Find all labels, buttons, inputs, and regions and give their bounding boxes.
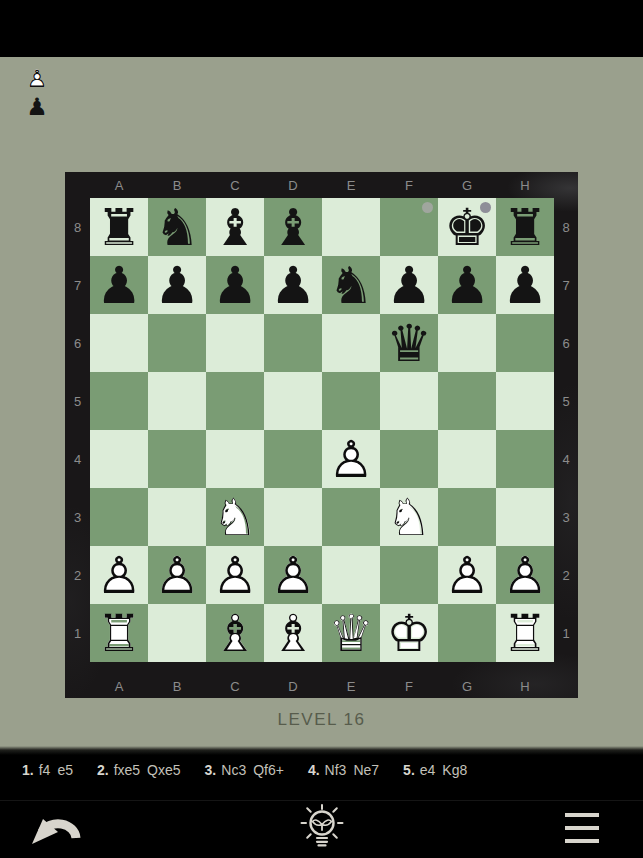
square-c4[interactable] xyxy=(206,430,264,488)
file-label: G xyxy=(462,178,472,193)
square-g1[interactable] xyxy=(438,604,496,662)
white-pawn-outline-icon: ♙ xyxy=(25,66,49,92)
white-move: f4 xyxy=(39,762,51,778)
rank-labels-left: 87654321 xyxy=(65,198,90,662)
square-e8[interactable] xyxy=(322,198,380,256)
file-label: B xyxy=(173,679,182,694)
square-f7[interactable]: ♟ xyxy=(380,256,438,314)
black-move: Qxe5 xyxy=(147,762,180,778)
rank-label: 6 xyxy=(562,336,569,351)
square-b6[interactable] xyxy=(148,314,206,372)
rank-label: 7 xyxy=(562,278,569,293)
square-h1[interactable]: ♜♖ xyxy=(496,604,554,662)
black-move: Ne7 xyxy=(353,762,379,778)
piece-black-pawn[interactable]: ♟ xyxy=(90,256,148,314)
piece-white-bishop[interactable]: ♝♗ xyxy=(264,604,322,662)
rank-label: 5 xyxy=(562,394,569,409)
piece-black-bishop[interactable]: ♝ xyxy=(206,198,264,256)
black-move: e5 xyxy=(57,762,73,778)
rank-label: 1 xyxy=(562,626,569,641)
piece-black-pawn[interactable]: ♟ xyxy=(380,256,438,314)
square-h3[interactable] xyxy=(496,488,554,546)
white-move: fxe5 xyxy=(114,762,140,778)
move-number: 2. xyxy=(97,762,109,778)
rank-label: 8 xyxy=(562,220,569,235)
move-entry: 4.Nf3Ne7 xyxy=(308,762,379,778)
square-d4[interactable] xyxy=(264,430,322,488)
move-entry: 2.fxe5Qxe5 xyxy=(97,762,181,778)
piece-white-knight[interactable]: ♞♘ xyxy=(380,488,438,546)
square-g5[interactable] xyxy=(438,372,496,430)
square-c2[interactable]: ♟♙ xyxy=(206,546,264,604)
square-h4[interactable] xyxy=(496,430,554,488)
rank-labels-right: 87654321 xyxy=(554,198,578,662)
piece-white-queen[interactable]: ♛♕ xyxy=(322,604,380,662)
rank-label: 3 xyxy=(74,510,81,525)
captured-white-pawn: ♟ ♙ xyxy=(25,66,49,92)
square-e4[interactable]: ♟♙ xyxy=(322,430,380,488)
square-c7[interactable]: ♟ xyxy=(206,256,264,314)
square-b8[interactable]: ♞ xyxy=(148,198,206,256)
level-label: LEVEL 16 xyxy=(0,710,643,730)
square-b7[interactable]: ♟ xyxy=(148,256,206,314)
square-f2[interactable] xyxy=(380,546,438,604)
file-label: E xyxy=(347,178,356,193)
square-f5[interactable] xyxy=(380,372,438,430)
file-label: E xyxy=(347,679,356,694)
square-a3[interactable] xyxy=(90,488,148,546)
square-d3[interactable] xyxy=(264,488,322,546)
square-h2[interactable]: ♟♙ xyxy=(496,546,554,604)
piece-white-rook[interactable]: ♜♖ xyxy=(90,604,148,662)
square-d7[interactable]: ♟ xyxy=(264,256,322,314)
square-a6[interactable] xyxy=(90,314,148,372)
square-b4[interactable] xyxy=(148,430,206,488)
bottom-panel: 1.f4e5 2.fxe5Qxe5 3.Nc3Qf6+ 4.Nf3Ne7 5.e… xyxy=(0,746,643,858)
square-g7[interactable]: ♟ xyxy=(438,256,496,314)
square-h7[interactable]: ♟ xyxy=(496,256,554,314)
piece-black-knight[interactable]: ♞ xyxy=(148,198,206,256)
square-b3[interactable] xyxy=(148,488,206,546)
square-e3[interactable] xyxy=(322,488,380,546)
piece-white-pawn[interactable]: ♟♙ xyxy=(264,546,322,604)
move-entry: 3.Nc3Qf6+ xyxy=(205,762,284,778)
move-entry: 1.f4e5 xyxy=(22,762,73,778)
piece-white-pawn[interactable]: ♟♙ xyxy=(90,546,148,604)
file-label: F xyxy=(405,178,413,193)
square-f1[interactable]: ♚♔ xyxy=(380,604,438,662)
square-c6[interactable] xyxy=(206,314,264,372)
file-label: H xyxy=(520,679,529,694)
square-a2[interactable]: ♟♙ xyxy=(90,546,148,604)
move-entry: 5.e4Kg8 xyxy=(403,762,467,778)
last-move-dot xyxy=(480,202,491,213)
square-b2[interactable]: ♟♙ xyxy=(148,546,206,604)
undo-arrow-icon xyxy=(30,837,86,852)
rank-label: 8 xyxy=(74,220,81,235)
square-d8[interactable]: ♝ xyxy=(264,198,322,256)
square-a4[interactable] xyxy=(90,430,148,488)
square-f4[interactable] xyxy=(380,430,438,488)
file-label: D xyxy=(288,178,297,193)
status-bar xyxy=(0,0,643,57)
square-e1[interactable]: ♛♕ xyxy=(322,604,380,662)
square-g3[interactable] xyxy=(438,488,496,546)
white-move: Nf3 xyxy=(325,762,347,778)
white-move: Nc3 xyxy=(221,762,246,778)
file-label: C xyxy=(230,679,239,694)
rank-label: 6 xyxy=(74,336,81,351)
rank-label: 1 xyxy=(74,626,81,641)
piece-black-rook[interactable]: ♜ xyxy=(496,198,554,256)
piece-white-pawn[interactable]: ♟♙ xyxy=(438,546,496,604)
undo-button[interactable] xyxy=(30,811,86,849)
file-label: G xyxy=(462,679,472,694)
rank-label: 4 xyxy=(74,452,81,467)
hint-button[interactable] xyxy=(299,803,345,857)
piece-black-pawn[interactable]: ♟ xyxy=(148,256,206,314)
square-d1[interactable]: ♝♗ xyxy=(264,604,322,662)
piece-black-pawn[interactable]: ♟ xyxy=(496,256,554,314)
captured-pieces-tray: ♟ ♙ ♟ xyxy=(25,66,49,120)
move-number: 5. xyxy=(403,762,415,778)
square-c3[interactable]: ♞♘ xyxy=(206,488,264,546)
piece-white-pawn[interactable]: ♟♙ xyxy=(206,546,264,604)
move-number: 4. xyxy=(308,762,320,778)
square-a5[interactable] xyxy=(90,372,148,430)
piece-black-pawn[interactable]: ♟ xyxy=(264,256,322,314)
toolbar xyxy=(0,800,643,858)
square-e6[interactable] xyxy=(322,314,380,372)
last-move-dot xyxy=(422,202,433,213)
lightbulb-icon xyxy=(299,845,345,858)
square-g4[interactable] xyxy=(438,430,496,488)
file-label: D xyxy=(288,679,297,694)
square-f3[interactable]: ♞♘ xyxy=(380,488,438,546)
square-d5[interactable] xyxy=(264,372,322,430)
captured-black-pawn: ♟ xyxy=(25,94,49,120)
move-number: 3. xyxy=(205,762,217,778)
rank-label: 7 xyxy=(74,278,81,293)
black-move: Kg8 xyxy=(442,762,467,778)
square-g6[interactable] xyxy=(438,314,496,372)
piece-white-knight[interactable]: ♞♘ xyxy=(206,488,264,546)
square-e2[interactable] xyxy=(322,546,380,604)
square-d2[interactable]: ♟♙ xyxy=(264,546,322,604)
white-move: e4 xyxy=(420,762,436,778)
file-label: H xyxy=(520,178,529,193)
piece-black-pawn[interactable]: ♟ xyxy=(438,256,496,314)
piece-white-rook[interactable]: ♜♖ xyxy=(496,604,554,662)
square-g8[interactable]: ♚ xyxy=(438,198,496,256)
square-c5[interactable] xyxy=(206,372,264,430)
square-b1[interactable] xyxy=(148,604,206,662)
square-d6[interactable] xyxy=(264,314,322,372)
piece-black-knight[interactable]: ♞ xyxy=(322,256,380,314)
piece-white-bishop[interactable]: ♝♗ xyxy=(206,604,264,662)
square-c1[interactable]: ♝♗ xyxy=(206,604,264,662)
square-h8[interactable]: ♜ xyxy=(496,198,554,256)
file-label: F xyxy=(405,679,413,694)
move-list: 1.f4e5 2.fxe5Qxe5 3.Nc3Qf6+ 4.Nf3Ne7 5.e… xyxy=(22,762,467,778)
square-a8[interactable]: ♜ xyxy=(90,198,148,256)
rank-label: 2 xyxy=(562,568,569,583)
black-pawn-icon: ♟ xyxy=(25,94,49,120)
black-move: Qf6+ xyxy=(253,762,284,778)
rank-label: 4 xyxy=(562,452,569,467)
file-label: A xyxy=(115,178,124,193)
file-labels-bottom: ABCDEFGH xyxy=(90,662,554,698)
piece-white-king[interactable]: ♚♔ xyxy=(380,604,438,662)
menu-button[interactable] xyxy=(565,813,599,843)
move-number: 1. xyxy=(22,762,34,778)
board-squares: ♜♞♝♝♚♜♟♟♟♟♞♟♟♟♛♟♙♞♘♞♘♟♙♟♙♟♙♟♙♟♙♟♙♜♖♝♗♝♗♛… xyxy=(90,198,554,662)
square-e7[interactable]: ♞ xyxy=(322,256,380,314)
file-label: C xyxy=(230,178,239,193)
piece-white-pawn[interactable]: ♟♙ xyxy=(496,546,554,604)
square-b5[interactable] xyxy=(148,372,206,430)
square-g2[interactable]: ♟♙ xyxy=(438,546,496,604)
hamburger-menu-icon xyxy=(565,813,599,817)
file-label: B xyxy=(173,178,182,193)
piece-black-pawn[interactable]: ♟ xyxy=(206,256,264,314)
piece-black-bishop[interactable]: ♝ xyxy=(264,198,322,256)
square-e5[interactable] xyxy=(322,372,380,430)
rank-label: 5 xyxy=(74,394,81,409)
piece-white-pawn[interactable]: ♟♙ xyxy=(148,546,206,604)
piece-black-queen[interactable]: ♛ xyxy=(380,314,438,372)
piece-black-rook[interactable]: ♜ xyxy=(90,198,148,256)
square-f8[interactable] xyxy=(380,198,438,256)
square-a1[interactable]: ♜♖ xyxy=(90,604,148,662)
square-a7[interactable]: ♟ xyxy=(90,256,148,314)
file-labels-top: ABCDEFGH xyxy=(90,172,554,198)
square-f6[interactable]: ♛ xyxy=(380,314,438,372)
file-label: A xyxy=(115,679,124,694)
rank-label: 2 xyxy=(74,568,81,583)
chess-board: ABCDEFGH 87654321 87654321 ABCDEFGH ♜♞♝♝… xyxy=(65,172,578,698)
rank-label: 3 xyxy=(562,510,569,525)
square-h6[interactable] xyxy=(496,314,554,372)
square-c8[interactable]: ♝ xyxy=(206,198,264,256)
square-h5[interactable] xyxy=(496,372,554,430)
piece-white-pawn[interactable]: ♟♙ xyxy=(322,430,380,488)
